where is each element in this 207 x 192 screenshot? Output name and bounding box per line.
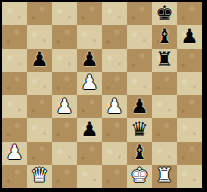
square-b7[interactable] [27, 25, 52, 48]
square-h2[interactable] [177, 142, 202, 165]
square-c5[interactable] [52, 72, 77, 95]
square-g8[interactable]: ♚ [152, 2, 177, 25]
piece-white-king[interactable]: ♚ [131, 165, 149, 185]
chess-board: ♚♝♟♟♟♜♟♟♟♟♟♛♟♝♛♚♜ [2, 2, 202, 188]
piece-white-rook[interactable]: ♜ [156, 165, 174, 185]
square-d8[interactable] [77, 2, 102, 25]
piece-white-pawn[interactable]: ♟ [81, 72, 99, 92]
square-c2[interactable] [52, 142, 77, 165]
square-a3[interactable] [2, 118, 27, 141]
square-b8[interactable] [27, 2, 52, 25]
square-a1[interactable] [2, 165, 27, 188]
square-e6[interactable] [102, 49, 127, 72]
square-d6[interactable]: ♟ [77, 49, 102, 72]
square-e7[interactable] [102, 25, 127, 48]
piece-black-rook[interactable]: ♜ [156, 49, 174, 69]
square-g1[interactable]: ♜ [152, 165, 177, 188]
square-e2[interactable] [102, 142, 127, 165]
square-a5[interactable] [2, 72, 27, 95]
square-d3[interactable]: ♟ [77, 118, 102, 141]
piece-black-pawn[interactable]: ♟ [131, 96, 149, 116]
piece-white-pawn[interactable]: ♟ [56, 96, 74, 116]
square-d2[interactable] [77, 142, 102, 165]
square-a6[interactable] [2, 49, 27, 72]
square-h8[interactable] [177, 2, 202, 25]
square-a8[interactable] [2, 2, 27, 25]
square-e5[interactable] [102, 72, 127, 95]
square-g7[interactable]: ♝ [152, 25, 177, 48]
square-f5[interactable] [127, 72, 152, 95]
square-e3[interactable] [102, 118, 127, 141]
piece-white-pawn[interactable]: ♟ [6, 142, 24, 162]
piece-black-pawn[interactable]: ♟ [31, 49, 49, 69]
square-b5[interactable] [27, 72, 52, 95]
square-c4[interactable]: ♟ [52, 95, 77, 118]
square-d5[interactable]: ♟ [77, 72, 102, 95]
square-g5[interactable] [152, 72, 177, 95]
piece-black-pawn[interactable]: ♟ [81, 119, 99, 139]
square-b2[interactable] [27, 142, 52, 165]
square-f8[interactable] [127, 2, 152, 25]
square-d4[interactable] [77, 95, 102, 118]
piece-black-queen[interactable]: ♛ [131, 119, 149, 139]
piece-black-bishop[interactable]: ♝ [156, 26, 174, 46]
piece-black-pawn[interactable]: ♟ [181, 26, 199, 46]
square-b3[interactable] [27, 118, 52, 141]
piece-white-pawn[interactable]: ♟ [106, 96, 124, 116]
square-h5[interactable] [177, 72, 202, 95]
square-b6[interactable]: ♟ [27, 49, 52, 72]
square-a4[interactable] [2, 95, 27, 118]
square-b1[interactable]: ♛ [27, 165, 52, 188]
square-f2[interactable]: ♝ [127, 142, 152, 165]
square-a7[interactable] [2, 25, 27, 48]
square-g2[interactable] [152, 142, 177, 165]
square-c3[interactable] [52, 118, 77, 141]
square-f3[interactable]: ♛ [127, 118, 152, 141]
square-c6[interactable] [52, 49, 77, 72]
square-h7[interactable]: ♟ [177, 25, 202, 48]
square-c1[interactable] [52, 165, 77, 188]
square-h4[interactable] [177, 95, 202, 118]
square-f1[interactable]: ♚ [127, 165, 152, 188]
square-f4[interactable]: ♟ [127, 95, 152, 118]
chess-board-window: ♚♝♟♟♟♜♟♟♟♟♟♛♟♝♛♚♜ [0, 0, 207, 192]
square-c8[interactable] [52, 2, 77, 25]
square-g6[interactable]: ♜ [152, 49, 177, 72]
square-d1[interactable] [77, 165, 102, 188]
square-g3[interactable] [152, 118, 177, 141]
piece-black-pawn[interactable]: ♟ [81, 49, 99, 69]
square-a2[interactable]: ♟ [2, 142, 27, 165]
square-g4[interactable] [152, 95, 177, 118]
piece-white-queen[interactable]: ♛ [31, 165, 49, 185]
square-c7[interactable] [52, 25, 77, 48]
square-f7[interactable] [127, 25, 152, 48]
square-h3[interactable] [177, 118, 202, 141]
square-e1[interactable] [102, 165, 127, 188]
square-h1[interactable] [177, 165, 202, 188]
square-e8[interactable] [102, 2, 127, 25]
piece-black-bishop[interactable]: ♝ [131, 142, 149, 162]
square-d7[interactable] [77, 25, 102, 48]
square-e4[interactable]: ♟ [102, 95, 127, 118]
square-f6[interactable] [127, 49, 152, 72]
square-b4[interactable] [27, 95, 52, 118]
square-h6[interactable] [177, 49, 202, 72]
piece-black-king[interactable]: ♚ [156, 3, 174, 23]
